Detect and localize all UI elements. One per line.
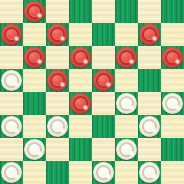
square-9[interactable]	[23, 46, 46, 69]
square-13[interactable]	[0, 69, 23, 92]
white-checker[interactable]	[116, 93, 137, 114]
checkers-board	[0, 0, 184, 184]
light-square-r0c4	[92, 0, 115, 23]
white-checker[interactable]	[93, 162, 114, 183]
square-31[interactable]	[92, 161, 115, 184]
light-square-r5c3	[69, 115, 92, 138]
red-checker[interactable]	[139, 24, 160, 45]
square-26[interactable]	[69, 138, 92, 161]
white-checker[interactable]	[116, 139, 137, 160]
light-square-r6c4	[92, 138, 115, 161]
light-square-r1c3	[69, 23, 92, 46]
white-checker[interactable]	[1, 162, 22, 183]
square-23[interactable]	[92, 115, 115, 138]
white-checker[interactable]	[1, 116, 22, 137]
light-square-r4c4	[92, 92, 115, 115]
square-10[interactable]	[69, 46, 92, 69]
square-27[interactable]	[115, 138, 138, 161]
square-28[interactable]	[161, 138, 184, 161]
red-checker[interactable]	[47, 24, 68, 45]
light-square-r4c6	[138, 92, 161, 115]
light-square-r2c2	[46, 46, 69, 69]
white-checker[interactable]	[24, 139, 45, 160]
white-checker[interactable]	[139, 116, 160, 137]
square-11[interactable]	[115, 46, 138, 69]
square-21[interactable]	[0, 115, 23, 138]
square-8[interactable]	[138, 23, 161, 46]
light-square-r6c0	[0, 138, 23, 161]
light-square-r2c6	[138, 46, 161, 69]
light-square-r5c5	[115, 115, 138, 138]
square-12[interactable]	[161, 46, 184, 69]
light-square-r5c1	[23, 115, 46, 138]
square-14[interactable]	[46, 69, 69, 92]
square-17[interactable]	[23, 92, 46, 115]
light-square-r7c7	[161, 161, 184, 184]
red-checker[interactable]	[24, 1, 45, 22]
square-15[interactable]	[92, 69, 115, 92]
light-square-r4c0	[0, 92, 23, 115]
square-5[interactable]	[0, 23, 23, 46]
light-square-r3c1	[23, 69, 46, 92]
light-square-r3c5	[115, 69, 138, 92]
red-checker[interactable]	[93, 70, 114, 91]
light-square-r1c7	[161, 23, 184, 46]
light-square-r0c6	[138, 0, 161, 23]
square-1[interactable]	[23, 0, 46, 23]
square-30[interactable]	[46, 161, 69, 184]
red-checker[interactable]	[116, 47, 137, 68]
light-square-r7c5	[115, 161, 138, 184]
light-square-r3c7	[161, 69, 184, 92]
square-24[interactable]	[138, 115, 161, 138]
light-square-r3c3	[69, 69, 92, 92]
white-checker[interactable]	[1, 70, 22, 91]
white-checker[interactable]	[139, 162, 160, 183]
square-22[interactable]	[46, 115, 69, 138]
red-checker[interactable]	[70, 47, 91, 68]
red-checker[interactable]	[1, 24, 22, 45]
square-29[interactable]	[0, 161, 23, 184]
square-2[interactable]	[69, 0, 92, 23]
square-19[interactable]	[115, 92, 138, 115]
light-square-r6c2	[46, 138, 69, 161]
red-checker[interactable]	[47, 70, 68, 91]
light-square-r1c5	[115, 23, 138, 46]
light-square-r7c3	[69, 161, 92, 184]
square-18[interactable]	[69, 92, 92, 115]
square-25[interactable]	[23, 138, 46, 161]
square-3[interactable]	[115, 0, 138, 23]
light-square-r0c0	[0, 0, 23, 23]
light-square-r2c4	[92, 46, 115, 69]
white-checker[interactable]	[47, 116, 68, 137]
light-square-r2c0	[0, 46, 23, 69]
red-checker[interactable]	[162, 47, 183, 68]
light-square-r1c1	[23, 23, 46, 46]
light-square-r7c1	[23, 161, 46, 184]
square-6[interactable]	[46, 23, 69, 46]
light-square-r4c2	[46, 92, 69, 115]
red-checker[interactable]	[70, 93, 91, 114]
red-checker[interactable]	[24, 47, 45, 68]
square-7[interactable]	[92, 23, 115, 46]
square-4[interactable]	[161, 0, 184, 23]
white-checker[interactable]	[162, 93, 183, 114]
square-32[interactable]	[138, 161, 161, 184]
light-square-r0c2	[46, 0, 69, 23]
square-20[interactable]	[161, 92, 184, 115]
light-square-r5c7	[161, 115, 184, 138]
light-square-r6c6	[138, 138, 161, 161]
square-16[interactable]	[138, 69, 161, 92]
